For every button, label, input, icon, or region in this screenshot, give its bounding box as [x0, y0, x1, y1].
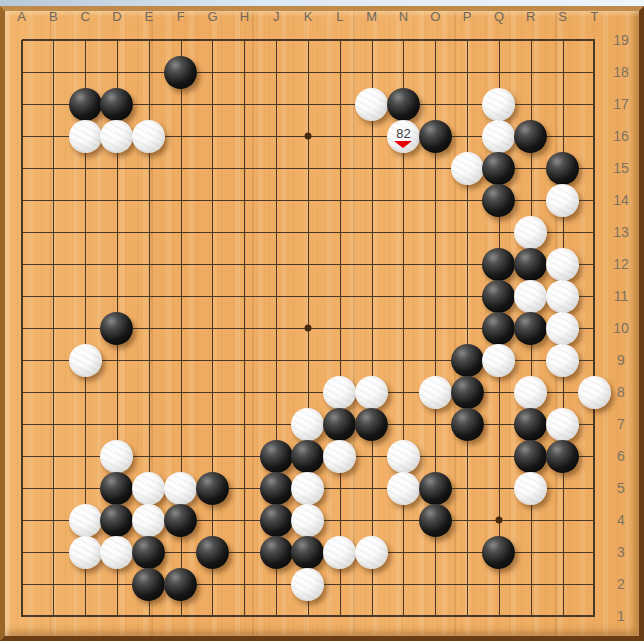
- go-board-window: A19B18C17D16E15F14G13H12J11K10L9M8N7O6P5…: [0, 0, 644, 641]
- go-board[interactable]: [0, 6, 644, 641]
